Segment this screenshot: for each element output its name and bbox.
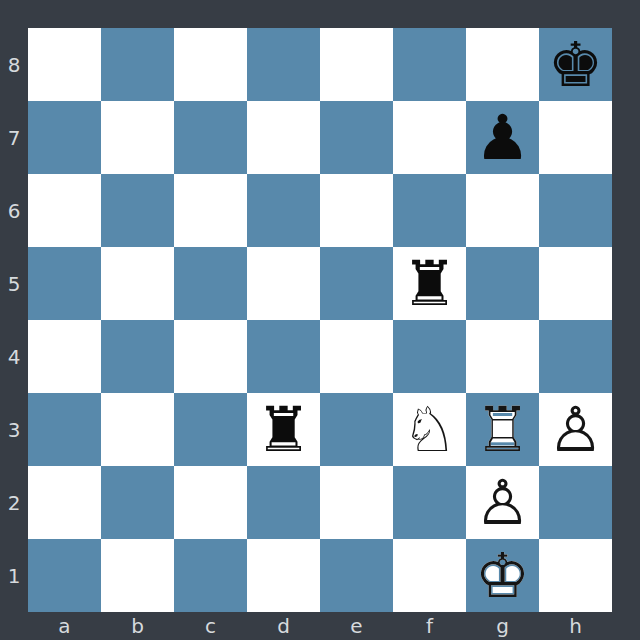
- black-rook-glyph: ♜: [247, 393, 320, 466]
- square-c7[interactable]: [174, 101, 247, 174]
- square-c6[interactable]: [174, 174, 247, 247]
- square-e2[interactable]: [320, 466, 393, 539]
- square-d1[interactable]: [247, 539, 320, 612]
- black-pawn[interactable]: ♟: [466, 101, 539, 174]
- square-f5[interactable]: ♜: [393, 247, 466, 320]
- square-e6[interactable]: [320, 174, 393, 247]
- square-b7[interactable]: [101, 101, 174, 174]
- black-king[interactable]: ♚: [539, 28, 612, 101]
- square-a5[interactable]: [28, 247, 101, 320]
- file-label-b: b: [101, 612, 174, 640]
- white-rook-glyph: ♖: [466, 393, 539, 466]
- square-b2[interactable]: [101, 466, 174, 539]
- square-a3[interactable]: [28, 393, 101, 466]
- white-king[interactable]: ♚♔: [466, 539, 539, 612]
- rank-labels: 87654321: [0, 28, 28, 612]
- square-e1[interactable]: [320, 539, 393, 612]
- square-b8[interactable]: [101, 28, 174, 101]
- square-a4[interactable]: [28, 320, 101, 393]
- white-pawn-glyph: ♙: [466, 466, 539, 539]
- white-knight[interactable]: ♞♘: [393, 393, 466, 466]
- square-e4[interactable]: [320, 320, 393, 393]
- square-b6[interactable]: [101, 174, 174, 247]
- white-pawn[interactable]: ♟♙: [539, 393, 612, 466]
- square-g1[interactable]: ♚♔: [466, 539, 539, 612]
- white-rook[interactable]: ♜♖: [466, 393, 539, 466]
- file-label-h: h: [539, 612, 612, 640]
- square-f3[interactable]: ♞♘: [393, 393, 466, 466]
- file-label-f: f: [393, 612, 466, 640]
- square-g8[interactable]: [466, 28, 539, 101]
- square-d5[interactable]: [247, 247, 320, 320]
- square-h7[interactable]: [539, 101, 612, 174]
- square-g4[interactable]: [466, 320, 539, 393]
- square-h2[interactable]: [539, 466, 612, 539]
- square-b5[interactable]: [101, 247, 174, 320]
- black-rook[interactable]: ♜: [247, 393, 320, 466]
- file-label-a: a: [28, 612, 101, 640]
- rank-label-7: 7: [0, 101, 28, 174]
- square-e8[interactable]: [320, 28, 393, 101]
- square-e7[interactable]: [320, 101, 393, 174]
- black-rook[interactable]: ♜: [393, 247, 466, 320]
- square-f6[interactable]: [393, 174, 466, 247]
- white-king-glyph: ♔: [466, 539, 539, 612]
- square-h3[interactable]: ♟♙: [539, 393, 612, 466]
- square-f8[interactable]: [393, 28, 466, 101]
- square-g7[interactable]: ♟: [466, 101, 539, 174]
- square-d4[interactable]: [247, 320, 320, 393]
- rank-label-5: 5: [0, 247, 28, 320]
- rank-label-1: 1: [0, 539, 28, 612]
- square-a2[interactable]: [28, 466, 101, 539]
- square-c5[interactable]: [174, 247, 247, 320]
- rank-label-6: 6: [0, 174, 28, 247]
- square-d6[interactable]: [247, 174, 320, 247]
- square-e3[interactable]: [320, 393, 393, 466]
- square-h8[interactable]: ♚: [539, 28, 612, 101]
- square-c1[interactable]: [174, 539, 247, 612]
- rank-label-4: 4: [0, 320, 28, 393]
- square-d8[interactable]: [247, 28, 320, 101]
- white-pawn[interactable]: ♟♙: [466, 466, 539, 539]
- square-e5[interactable]: [320, 247, 393, 320]
- square-h1[interactable]: [539, 539, 612, 612]
- square-h4[interactable]: [539, 320, 612, 393]
- rank-label-2: 2: [0, 466, 28, 539]
- square-g2[interactable]: ♟♙: [466, 466, 539, 539]
- square-b1[interactable]: [101, 539, 174, 612]
- square-a7[interactable]: [28, 101, 101, 174]
- square-a1[interactable]: [28, 539, 101, 612]
- square-g6[interactable]: [466, 174, 539, 247]
- square-f4[interactable]: [393, 320, 466, 393]
- rank-label-3: 3: [0, 393, 28, 466]
- file-label-e: e: [320, 612, 393, 640]
- square-b4[interactable]: [101, 320, 174, 393]
- file-label-c: c: [174, 612, 247, 640]
- square-c8[interactable]: [174, 28, 247, 101]
- white-pawn-glyph: ♙: [539, 393, 612, 466]
- file-label-g: g: [466, 612, 539, 640]
- square-c4[interactable]: [174, 320, 247, 393]
- square-c3[interactable]: [174, 393, 247, 466]
- file-labels: abcdefgh: [28, 612, 612, 640]
- black-rook-glyph: ♜: [393, 247, 466, 320]
- square-d3[interactable]: ♜: [247, 393, 320, 466]
- square-f2[interactable]: [393, 466, 466, 539]
- square-a6[interactable]: [28, 174, 101, 247]
- black-king-glyph: ♚: [539, 28, 612, 101]
- square-b3[interactable]: [101, 393, 174, 466]
- square-g5[interactable]: [466, 247, 539, 320]
- square-d2[interactable]: [247, 466, 320, 539]
- square-d7[interactable]: [247, 101, 320, 174]
- black-pawn-glyph: ♟: [466, 101, 539, 174]
- square-c2[interactable]: [174, 466, 247, 539]
- square-g3[interactable]: ♜♖: [466, 393, 539, 466]
- square-f7[interactable]: [393, 101, 466, 174]
- white-knight-glyph: ♘: [393, 393, 466, 466]
- rank-label-8: 8: [0, 28, 28, 101]
- square-h6[interactable]: [539, 174, 612, 247]
- file-label-d: d: [247, 612, 320, 640]
- chess-board: ♚♟♜♜♞♘♜♖♟♙♟♙♚♔: [28, 28, 612, 612]
- square-f1[interactable]: [393, 539, 466, 612]
- square-h5[interactable]: [539, 247, 612, 320]
- square-a8[interactable]: [28, 28, 101, 101]
- chess-board-container: 87654321 ♚♟♜♜♞♘♜♖♟♙♟♙♚♔ abcdefgh: [0, 0, 640, 640]
